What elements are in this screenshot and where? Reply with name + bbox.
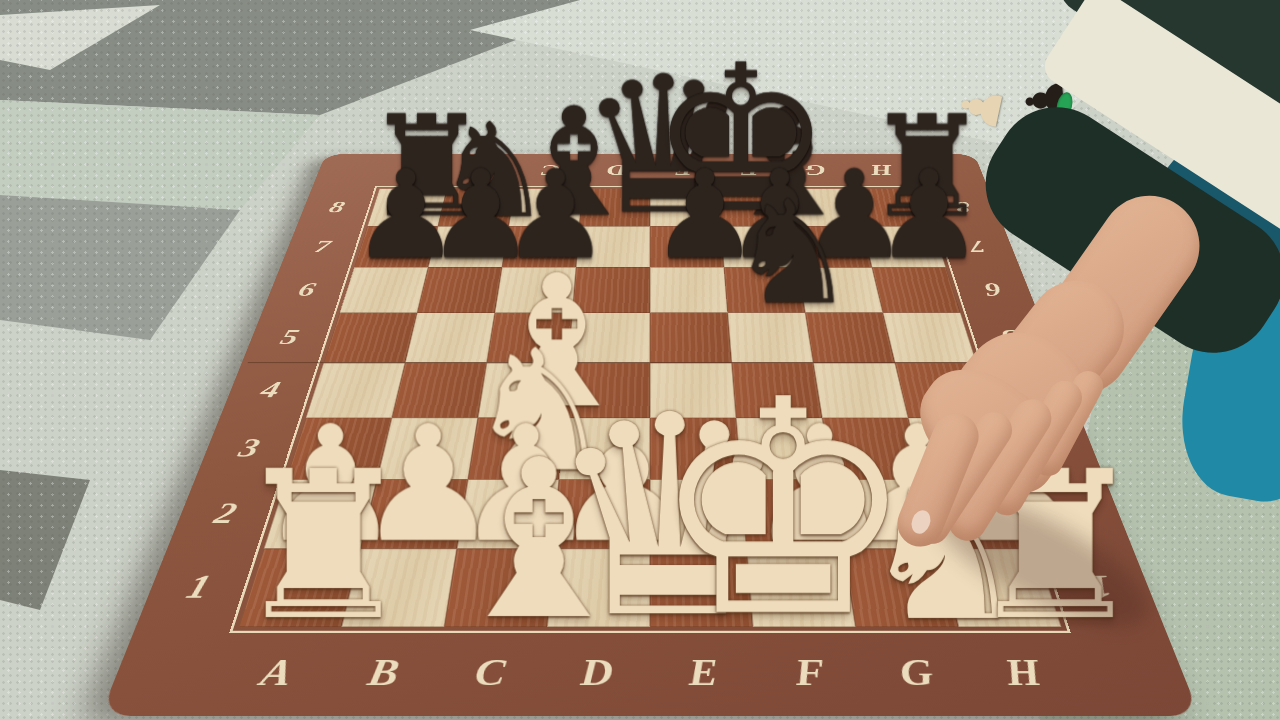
black-knight-f6[interactable]: ♞ bbox=[729, 181, 808, 324]
square-d1[interactable]: ♛ bbox=[547, 549, 650, 627]
white-queen-d1[interactable]: ♛ bbox=[545, 379, 650, 656]
square-c1[interactable]: ♝ bbox=[444, 549, 553, 627]
rank-label-right-6: 6 bbox=[981, 279, 1005, 301]
square-a5[interactable] bbox=[324, 313, 418, 363]
rank-label-left-7: 7 bbox=[311, 237, 333, 257]
rank-label-left-8: 8 bbox=[326, 198, 347, 216]
square-a1[interactable]: ♜ bbox=[239, 549, 361, 627]
file-label-bottom-c: C bbox=[473, 651, 508, 694]
black-pawn-e7[interactable]: ♟ bbox=[650, 154, 725, 276]
rank-label-left-5: 5 bbox=[277, 325, 302, 349]
file-label-bottom-d: D bbox=[580, 651, 614, 694]
white-rook-a1[interactable]: ♜ bbox=[232, 444, 337, 648]
rank-label-left-6: 6 bbox=[295, 279, 319, 301]
black-pawn-a7[interactable]: ♟ bbox=[351, 154, 426, 276]
square-h7[interactable]: ♟ bbox=[862, 226, 946, 267]
file-label-bottom-b: B bbox=[364, 651, 402, 694]
scene: ♜♞♝♛♚♝♜♟♟♟♟♟♟♟♞♝♞♟♟♟♟♟♟♟♜♝♛♚♞♜ AABBCCDDE… bbox=[0, 0, 1280, 720]
square-e7[interactable]: ♟ bbox=[650, 226, 724, 267]
white-king-e1[interactable]: ♚ bbox=[650, 361, 755, 658]
square-f6[interactable]: ♞ bbox=[724, 267, 805, 312]
file-label-bottom-a: A bbox=[256, 651, 298, 694]
white-bishop-c1[interactable]: ♝ bbox=[441, 431, 546, 650]
file-label-bottom-h: H bbox=[1000, 651, 1047, 694]
black-pawn-h7[interactable]: ♟ bbox=[874, 154, 949, 276]
rank-label-left-1: 1 bbox=[182, 568, 217, 606]
square-e1[interactable]: ♚ bbox=[650, 549, 753, 627]
